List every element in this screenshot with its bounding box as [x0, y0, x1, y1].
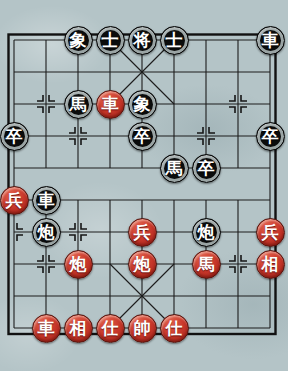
piece-black-cannon[interactable]: 炮	[192, 218, 221, 247]
piece-black-elephant[interactable]: 象	[128, 90, 157, 119]
piece-glyph: 帥	[134, 319, 151, 336]
piece-black-soldier[interactable]: 卒	[192, 154, 221, 183]
piece-red-horse[interactable]: 馬	[192, 250, 221, 279]
piece-black-advisor[interactable]: 士	[96, 26, 125, 55]
piece-glyph: 炮	[70, 255, 87, 272]
piece-black-soldier[interactable]: 卒	[128, 122, 157, 151]
piece-glyph: 車	[38, 319, 55, 336]
xiangqi-app-background: 象士将士車馬車象卒卒卒馬卒兵車炮兵炮兵炮炮馬相車相仕帥仕	[0, 0, 288, 371]
piece-black-cannon[interactable]: 炮	[32, 218, 61, 247]
piece-glyph: 士	[166, 31, 183, 48]
piece-glyph: 兵	[134, 223, 151, 240]
piece-glyph: 炮	[38, 223, 55, 240]
piece-red-elephant[interactable]: 相	[256, 250, 285, 279]
piece-red-soldier[interactable]: 兵	[128, 218, 157, 247]
piece-glyph: 将	[134, 31, 151, 48]
piece-black-general[interactable]: 将	[128, 26, 157, 55]
piece-glyph: 馬	[198, 255, 215, 272]
piece-black-elephant[interactable]: 象	[64, 26, 93, 55]
piece-glyph: 卒	[134, 127, 151, 144]
piece-red-cannon[interactable]: 炮	[64, 250, 93, 279]
pieces-layer: 象士将士車馬車象卒卒卒馬卒兵車炮兵炮兵炮炮馬相車相仕帥仕	[0, 0, 288, 371]
piece-black-horse[interactable]: 馬	[64, 90, 93, 119]
piece-glyph: 馬	[70, 95, 87, 112]
piece-glyph: 馬	[166, 159, 183, 176]
piece-red-soldier[interactable]: 兵	[0, 186, 29, 215]
piece-glyph: 仕	[102, 319, 119, 336]
piece-black-chariot[interactable]: 車	[32, 186, 61, 215]
piece-black-chariot[interactable]: 車	[256, 26, 285, 55]
piece-red-general[interactable]: 帥	[128, 314, 157, 343]
piece-red-cannon[interactable]: 炮	[128, 250, 157, 279]
piece-glyph: 象	[70, 31, 87, 48]
piece-red-soldier[interactable]: 兵	[256, 218, 285, 247]
piece-red-chariot[interactable]: 車	[32, 314, 61, 343]
piece-glyph: 車	[38, 191, 55, 208]
piece-glyph: 相	[262, 255, 279, 272]
piece-black-advisor[interactable]: 士	[160, 26, 189, 55]
piece-glyph: 卒	[262, 127, 279, 144]
piece-red-advisor[interactable]: 仕	[160, 314, 189, 343]
piece-glyph: 車	[262, 31, 279, 48]
piece-glyph: 兵	[6, 191, 23, 208]
piece-red-advisor[interactable]: 仕	[96, 314, 125, 343]
piece-glyph: 炮	[134, 255, 151, 272]
piece-black-soldier[interactable]: 卒	[0, 122, 29, 151]
piece-black-soldier[interactable]: 卒	[256, 122, 285, 151]
piece-glyph: 相	[70, 319, 87, 336]
piece-glyph: 仕	[166, 319, 183, 336]
piece-glyph: 兵	[262, 223, 279, 240]
piece-glyph: 士	[102, 31, 119, 48]
piece-glyph: 車	[102, 95, 119, 112]
piece-red-elephant[interactable]: 相	[64, 314, 93, 343]
piece-black-horse[interactable]: 馬	[160, 154, 189, 183]
piece-glyph: 象	[134, 95, 151, 112]
piece-glyph: 炮	[198, 223, 215, 240]
piece-red-chariot[interactable]: 車	[96, 90, 125, 119]
piece-glyph: 卒	[6, 127, 23, 144]
piece-glyph: 卒	[198, 159, 215, 176]
